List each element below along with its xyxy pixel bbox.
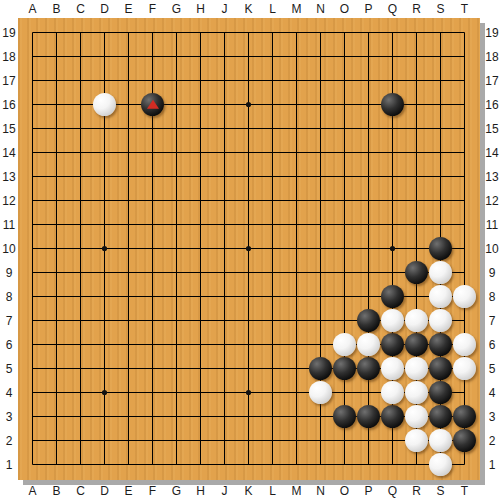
coordinate-label-top: L bbox=[262, 1, 284, 17]
coordinate-label-bottom: Q bbox=[382, 483, 404, 499]
coordinate-label-bottom: L bbox=[262, 483, 284, 499]
coordinate-label-right: 14 bbox=[481, 145, 500, 161]
coordinate-label-left: 8 bbox=[0, 289, 20, 305]
coordinate-label-right: 1 bbox=[481, 457, 500, 473]
white-stone[interactable] bbox=[381, 381, 404, 404]
coordinate-label-bottom: J bbox=[214, 483, 236, 499]
black-stone[interactable] bbox=[381, 93, 404, 116]
star-point bbox=[390, 246, 395, 251]
black-stone[interactable] bbox=[357, 405, 380, 428]
coordinate-label-bottom: B bbox=[46, 483, 68, 499]
coordinate-label-bottom: K bbox=[238, 483, 260, 499]
coordinate-label-bottom: T bbox=[454, 483, 476, 499]
coordinate-label-top: S bbox=[430, 1, 452, 17]
coordinate-label-left: 7 bbox=[0, 313, 20, 329]
coordinate-label-left: 6 bbox=[0, 337, 20, 353]
coordinate-label-right: 6 bbox=[481, 337, 500, 353]
star-point bbox=[102, 390, 107, 395]
coordinate-label-top: E bbox=[118, 1, 140, 17]
coordinate-label-left: 12 bbox=[0, 193, 20, 209]
white-stone[interactable] bbox=[453, 285, 476, 308]
coordinate-label-top: K bbox=[238, 1, 260, 17]
coordinate-label-bottom: S bbox=[430, 483, 452, 499]
coordinate-label-left: 11 bbox=[0, 217, 20, 233]
coordinate-label-left: 3 bbox=[0, 409, 20, 425]
coordinate-label-top: Q bbox=[382, 1, 404, 17]
coordinate-label-left: 5 bbox=[0, 361, 20, 377]
coordinate-label-top: J bbox=[214, 1, 236, 17]
white-stone[interactable] bbox=[453, 357, 476, 380]
coordinate-label-right: 12 bbox=[481, 193, 500, 209]
star-point bbox=[246, 246, 251, 251]
coordinate-label-top: R bbox=[406, 1, 428, 17]
coordinate-label-left: 16 bbox=[0, 97, 20, 113]
black-stone[interactable] bbox=[141, 93, 164, 116]
coordinate-label-top: P bbox=[358, 1, 380, 17]
white-stone[interactable] bbox=[453, 333, 476, 356]
white-stone[interactable] bbox=[405, 309, 428, 332]
last-move-triangle-marker bbox=[147, 99, 159, 108]
white-stone[interactable] bbox=[405, 357, 428, 380]
coordinate-label-bottom: R bbox=[406, 483, 428, 499]
black-stone[interactable] bbox=[429, 237, 452, 260]
coordinate-label-top: D bbox=[94, 1, 116, 17]
coordinate-label-top: H bbox=[190, 1, 212, 17]
coordinate-label-top: C bbox=[70, 1, 92, 17]
black-stone[interactable] bbox=[357, 357, 380, 380]
black-stone[interactable] bbox=[429, 333, 452, 356]
coordinate-label-right: 11 bbox=[481, 217, 500, 233]
coordinate-label-top: N bbox=[310, 1, 332, 17]
coordinate-label-top: G bbox=[166, 1, 188, 17]
coordinate-label-top: F bbox=[142, 1, 164, 17]
coordinate-label-right: 17 bbox=[481, 73, 500, 89]
star-point bbox=[246, 102, 251, 107]
white-stone[interactable] bbox=[357, 333, 380, 356]
black-stone[interactable] bbox=[381, 285, 404, 308]
coordinate-label-bottom: O bbox=[334, 483, 356, 499]
coordinate-label-bottom: D bbox=[94, 483, 116, 499]
coordinate-label-bottom: H bbox=[190, 483, 212, 499]
coordinate-label-left: 9 bbox=[0, 265, 20, 281]
black-stone[interactable] bbox=[405, 261, 428, 284]
coordinate-label-top: B bbox=[46, 1, 68, 17]
coordinate-label-left: 15 bbox=[0, 121, 20, 137]
coordinate-label-bottom: E bbox=[118, 483, 140, 499]
black-stone[interactable] bbox=[429, 357, 452, 380]
coordinate-label-right: 10 bbox=[481, 241, 500, 257]
coordinate-label-left: 19 bbox=[0, 25, 20, 41]
coordinate-label-right: 16 bbox=[481, 97, 500, 113]
coordinate-label-right: 9 bbox=[481, 265, 500, 281]
coordinate-label-bottom: N bbox=[310, 483, 332, 499]
coordinate-label-top: O bbox=[334, 1, 356, 17]
black-stone[interactable] bbox=[453, 405, 476, 428]
coordinate-label-right: 8 bbox=[481, 289, 500, 305]
white-stone[interactable] bbox=[429, 261, 452, 284]
coordinate-label-right: 18 bbox=[481, 49, 500, 65]
coordinate-label-left: 13 bbox=[0, 169, 20, 185]
white-stone[interactable] bbox=[429, 429, 452, 452]
go-board[interactable] bbox=[18, 18, 480, 480]
star-point bbox=[102, 246, 107, 251]
black-stone[interactable] bbox=[309, 357, 332, 380]
black-stone[interactable] bbox=[333, 357, 356, 380]
coordinate-label-bottom: G bbox=[166, 483, 188, 499]
coordinate-label-left: 10 bbox=[0, 241, 20, 257]
white-stone[interactable] bbox=[405, 381, 428, 404]
white-stone[interactable] bbox=[381, 309, 404, 332]
coordinate-label-bottom: A bbox=[22, 483, 44, 499]
coordinate-label-left: 18 bbox=[0, 49, 20, 65]
coordinate-label-top: T bbox=[454, 1, 476, 17]
black-stone[interactable] bbox=[453, 429, 476, 452]
coordinate-label-right: 3 bbox=[481, 409, 500, 425]
star-point bbox=[246, 390, 251, 395]
coordinate-label-right: 2 bbox=[481, 433, 500, 449]
coordinate-label-right: 4 bbox=[481, 385, 500, 401]
black-stone[interactable] bbox=[381, 405, 404, 428]
coordinate-label-left: 1 bbox=[0, 457, 20, 473]
black-stone[interactable] bbox=[381, 333, 404, 356]
black-stone[interactable] bbox=[357, 309, 380, 332]
coordinate-label-bottom: P bbox=[358, 483, 380, 499]
coordinate-label-left: 14 bbox=[0, 145, 20, 161]
white-stone[interactable] bbox=[405, 429, 428, 452]
coordinate-label-right: 5 bbox=[481, 361, 500, 377]
coordinate-label-bottom: F bbox=[142, 483, 164, 499]
coordinate-label-left: 4 bbox=[0, 385, 20, 401]
white-stone[interactable] bbox=[405, 405, 428, 428]
coordinate-label-left: 2 bbox=[0, 433, 20, 449]
white-stone[interactable] bbox=[381, 357, 404, 380]
coordinate-label-left: 17 bbox=[0, 73, 20, 89]
black-stone[interactable] bbox=[405, 333, 428, 356]
go-app-screen: AABBCCDDEEFFGGHHJJKKLLMMNNOOPPQQRRSSTT19… bbox=[0, 0, 500, 500]
coordinate-label-right: 19 bbox=[481, 25, 500, 41]
white-stone[interactable] bbox=[429, 309, 452, 332]
coordinate-label-bottom: C bbox=[70, 483, 92, 499]
coordinate-label-top: A bbox=[22, 1, 44, 17]
coordinate-label-top: M bbox=[286, 1, 308, 17]
white-stone[interactable] bbox=[429, 453, 452, 476]
coordinate-label-bottom: M bbox=[286, 483, 308, 499]
white-stone[interactable] bbox=[309, 381, 332, 404]
black-stone[interactable] bbox=[429, 381, 452, 404]
black-stone[interactable] bbox=[429, 405, 452, 428]
coordinate-label-right: 15 bbox=[481, 121, 500, 137]
white-stone[interactable] bbox=[333, 333, 356, 356]
black-stone[interactable] bbox=[333, 405, 356, 428]
coordinate-label-right: 13 bbox=[481, 169, 500, 185]
white-stone[interactable] bbox=[93, 93, 116, 116]
white-stone[interactable] bbox=[429, 285, 452, 308]
coordinate-label-right: 7 bbox=[481, 313, 500, 329]
